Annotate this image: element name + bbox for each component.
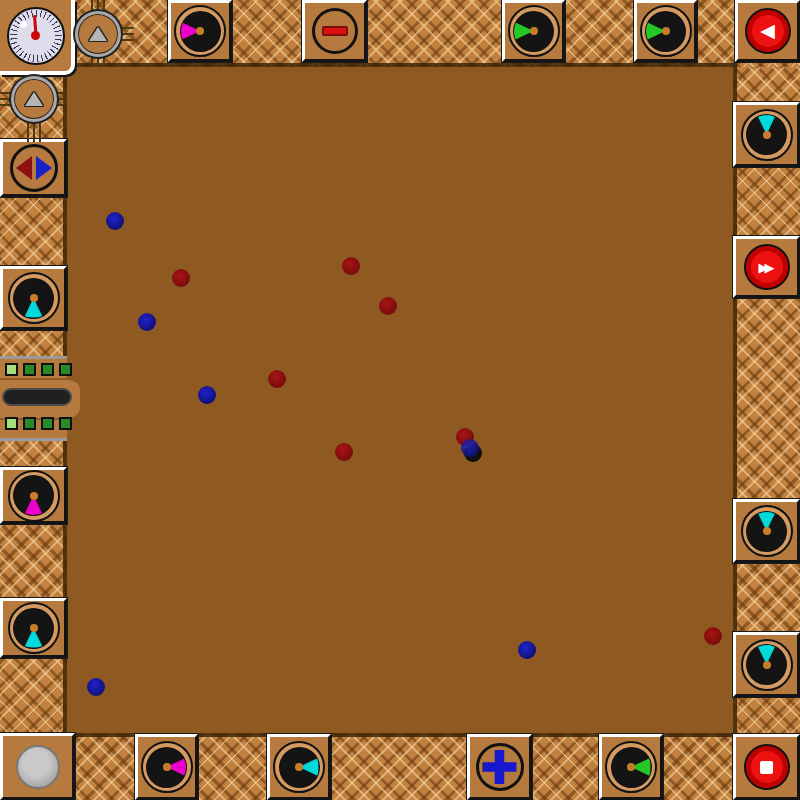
led-off	[59, 363, 72, 376]
gauge-face	[7, 7, 65, 65]
ball-red[interactable]	[268, 370, 286, 388]
led-off	[59, 417, 72, 430]
led-off	[41, 417, 54, 430]
ball-blue[interactable]	[138, 313, 156, 331]
ball-red[interactable]	[379, 297, 397, 315]
led-on	[5, 417, 18, 430]
ball-blue[interactable]	[461, 439, 479, 457]
led-off	[23, 417, 36, 430]
ball-red[interactable]	[342, 257, 360, 275]
led-off	[41, 363, 54, 376]
game-stage: ◀▶▶	[0, 0, 800, 800]
ball-red[interactable]	[335, 443, 353, 461]
led-row-1	[5, 363, 72, 376]
feeder-button-left[interactable]	[11, 76, 57, 122]
ball-blue[interactable]	[198, 386, 216, 404]
gauge-glint	[20, 21, 27, 28]
ball-blue[interactable]	[518, 641, 536, 659]
led-off	[23, 363, 36, 376]
ball-red[interactable]	[172, 269, 190, 287]
ball-blue[interactable]	[106, 212, 124, 230]
ball-red[interactable]	[704, 627, 722, 645]
ball-layer	[0, 0, 800, 800]
gauge-hub	[31, 31, 40, 40]
led-on	[5, 363, 18, 376]
up-triangle-icon	[25, 92, 43, 106]
led-row-2	[5, 417, 72, 430]
gauge-tile	[0, 0, 75, 75]
ball-slot	[2, 388, 72, 406]
ball-blue[interactable]	[87, 678, 105, 696]
feeder-button-top[interactable]	[75, 11, 121, 57]
up-triangle-icon	[89, 27, 107, 41]
